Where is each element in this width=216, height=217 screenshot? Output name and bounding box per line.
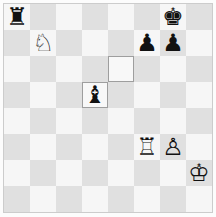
square-h8[interactable] <box>186 4 212 30</box>
square-d2[interactable] <box>82 160 108 186</box>
square-f2[interactable] <box>134 160 160 186</box>
square-f5[interactable] <box>134 82 160 108</box>
piece-white-pawn: ♙ <box>162 134 184 160</box>
square-h1[interactable] <box>186 186 212 212</box>
square-a1[interactable] <box>4 186 30 212</box>
square-h4[interactable] <box>186 108 212 134</box>
piece-black-rook: ♜ <box>6 4 28 30</box>
square-b5[interactable] <box>30 82 56 108</box>
square-g1[interactable] <box>160 186 186 212</box>
square-d1[interactable] <box>82 186 108 212</box>
piece-black-pawn: ♟ <box>136 30 158 56</box>
square-h6[interactable] <box>186 56 212 82</box>
square-e1[interactable] <box>108 186 134 212</box>
square-h5[interactable] <box>186 82 212 108</box>
square-d7[interactable] <box>82 30 108 56</box>
square-b1[interactable] <box>30 186 56 212</box>
square-h7[interactable] <box>186 30 212 56</box>
piece-black-pawn: ♟ <box>162 30 184 56</box>
square-g5[interactable] <box>160 82 186 108</box>
square-c7[interactable] <box>56 30 82 56</box>
square-a5[interactable] <box>4 82 30 108</box>
piece-black-bishop: ♝ <box>84 82 106 108</box>
square-e4[interactable] <box>108 108 134 134</box>
square-h3[interactable] <box>186 134 212 160</box>
square-e3[interactable] <box>108 134 134 160</box>
square-f8[interactable] <box>134 4 160 30</box>
square-b8[interactable] <box>30 4 56 30</box>
square-b6[interactable] <box>30 56 56 82</box>
square-e6[interactable] <box>108 56 134 82</box>
square-f6[interactable] <box>134 56 160 82</box>
square-c6[interactable] <box>56 56 82 82</box>
square-g3[interactable]: ♙ <box>160 134 186 160</box>
square-g4[interactable] <box>160 108 186 134</box>
square-c3[interactable] <box>56 134 82 160</box>
square-d8[interactable] <box>82 4 108 30</box>
square-a7[interactable] <box>4 30 30 56</box>
piece-white-king: ♔ <box>188 160 210 186</box>
square-b7[interactable]: ♘ <box>30 30 56 56</box>
square-c5[interactable] <box>56 82 82 108</box>
square-e2[interactable] <box>108 160 134 186</box>
square-c1[interactable] <box>56 186 82 212</box>
square-b2[interactable] <box>30 160 56 186</box>
piece-black-king: ♚ <box>162 4 184 30</box>
square-g6[interactable] <box>160 56 186 82</box>
square-f7[interactable]: ♟ <box>134 30 160 56</box>
square-d6[interactable] <box>82 56 108 82</box>
square-e8[interactable] <box>108 4 134 30</box>
piece-white-knight: ♘ <box>32 30 54 56</box>
square-a8[interactable]: ♜ <box>4 4 30 30</box>
square-b3[interactable] <box>30 134 56 160</box>
piece-white-rook: ♖ <box>136 134 158 160</box>
square-h2[interactable]: ♔ <box>186 160 212 186</box>
square-e7[interactable] <box>108 30 134 56</box>
square-f1[interactable] <box>134 186 160 212</box>
square-f3[interactable]: ♖ <box>134 134 160 160</box>
chess-board: ♜♚♘♟♟♝♖♙♔ <box>3 3 213 213</box>
square-a4[interactable] <box>4 108 30 134</box>
square-g8[interactable]: ♚ <box>160 4 186 30</box>
square-c4[interactable] <box>56 108 82 134</box>
square-a2[interactable] <box>4 160 30 186</box>
square-d5[interactable]: ♝ <box>82 82 108 108</box>
square-d3[interactable] <box>82 134 108 160</box>
square-a3[interactable] <box>4 134 30 160</box>
square-c8[interactable] <box>56 4 82 30</box>
square-g2[interactable] <box>160 160 186 186</box>
square-d4[interactable] <box>82 108 108 134</box>
square-b4[interactable] <box>30 108 56 134</box>
square-g7[interactable]: ♟ <box>160 30 186 56</box>
square-f4[interactable] <box>134 108 160 134</box>
square-a6[interactable] <box>4 56 30 82</box>
square-e5[interactable] <box>108 82 134 108</box>
square-c2[interactable] <box>56 160 82 186</box>
